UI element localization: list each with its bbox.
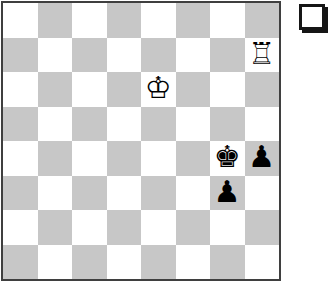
square-b2[interactable]: [38, 210, 73, 245]
square-c8[interactable]: [72, 3, 107, 38]
square-g8[interactable]: [210, 3, 245, 38]
white-king[interactable]: ♔: [145, 73, 172, 103]
square-b3[interactable]: [38, 176, 73, 211]
square-f5[interactable]: [176, 107, 211, 142]
square-a7[interactable]: [3, 38, 38, 73]
square-a5[interactable]: [3, 107, 38, 142]
square-h8[interactable]: [245, 3, 280, 38]
square-d2[interactable]: [107, 210, 142, 245]
black-pawn[interactable]: ♟: [214, 177, 241, 207]
square-e1[interactable]: [141, 245, 176, 280]
square-b6[interactable]: [38, 72, 73, 107]
square-h6[interactable]: [245, 72, 280, 107]
square-h3[interactable]: [245, 176, 280, 211]
square-b5[interactable]: [38, 107, 73, 142]
square-c7[interactable]: [72, 38, 107, 73]
square-h1[interactable]: [245, 245, 280, 280]
square-g7[interactable]: [210, 38, 245, 73]
white-rook[interactable]: ♖: [248, 39, 275, 69]
square-d8[interactable]: [107, 3, 142, 38]
square-f6[interactable]: [176, 72, 211, 107]
square-g1[interactable]: [210, 245, 245, 280]
square-f3[interactable]: [176, 176, 211, 211]
square-b1[interactable]: [38, 245, 73, 280]
square-h5[interactable]: [245, 107, 280, 142]
square-f1[interactable]: [176, 245, 211, 280]
square-a8[interactable]: [3, 3, 38, 38]
square-g3[interactable]: ♟: [210, 176, 245, 211]
square-a4[interactable]: [3, 141, 38, 176]
square-e8[interactable]: [141, 3, 176, 38]
chess-diagram: ♖♔♚♟♟: [0, 0, 329, 285]
square-g6[interactable]: [210, 72, 245, 107]
square-e3[interactable]: [141, 176, 176, 211]
square-e5[interactable]: [141, 107, 176, 142]
square-c5[interactable]: [72, 107, 107, 142]
square-d6[interactable]: [107, 72, 142, 107]
square-d4[interactable]: [107, 141, 142, 176]
square-e7[interactable]: [141, 38, 176, 73]
square-e4[interactable]: [141, 141, 176, 176]
square-g4[interactable]: ♚: [210, 141, 245, 176]
square-b4[interactable]: [38, 141, 73, 176]
square-g2[interactable]: [210, 210, 245, 245]
square-f7[interactable]: [176, 38, 211, 73]
square-d7[interactable]: [107, 38, 142, 73]
white-to-move-indicator: [299, 4, 325, 30]
square-e2[interactable]: [141, 210, 176, 245]
square-f4[interactable]: [176, 141, 211, 176]
square-f8[interactable]: [176, 3, 211, 38]
square-c3[interactable]: [72, 176, 107, 211]
black-king[interactable]: ♚: [214, 142, 241, 172]
square-h4[interactable]: ♟: [245, 141, 280, 176]
square-d3[interactable]: [107, 176, 142, 211]
square-g5[interactable]: [210, 107, 245, 142]
square-a3[interactable]: [3, 176, 38, 211]
square-c2[interactable]: [72, 210, 107, 245]
square-a1[interactable]: [3, 245, 38, 280]
square-h7[interactable]: ♖: [245, 38, 280, 73]
square-e6[interactable]: ♔: [141, 72, 176, 107]
square-f2[interactable]: [176, 210, 211, 245]
square-c6[interactable]: [72, 72, 107, 107]
square-d5[interactable]: [107, 107, 142, 142]
square-d1[interactable]: [107, 245, 142, 280]
square-b7[interactable]: [38, 38, 73, 73]
chess-board: ♖♔♚♟♟: [1, 1, 281, 281]
square-a6[interactable]: [3, 72, 38, 107]
square-a2[interactable]: [3, 210, 38, 245]
square-b8[interactable]: [38, 3, 73, 38]
square-c4[interactable]: [72, 141, 107, 176]
black-pawn[interactable]: ♟: [248, 142, 275, 172]
square-c1[interactable]: [72, 245, 107, 280]
square-h2[interactable]: [245, 210, 280, 245]
